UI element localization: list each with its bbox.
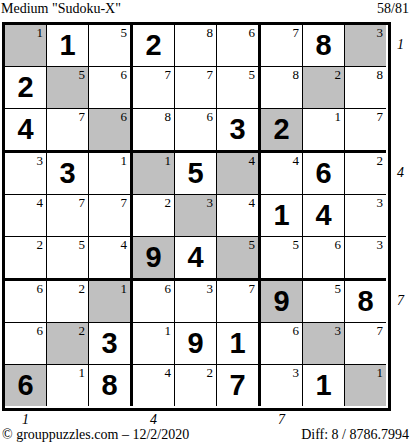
puzzle-title: Medium "Sudoku-X" bbox=[1, 1, 121, 16]
cell-r6c2[interactable]: 5 bbox=[47, 237, 89, 281]
cell-r3c9[interactable]: 7 bbox=[345, 109, 386, 153]
cell-value: 4 bbox=[303, 195, 344, 236]
cell-r3c4[interactable]: 8 bbox=[133, 109, 175, 153]
corner-mark: 1 bbox=[165, 323, 172, 338]
progress-counter: 58/81 bbox=[377, 1, 409, 16]
cell-r3c8[interactable]: 1 bbox=[303, 109, 345, 153]
corner-mark: 7 bbox=[249, 281, 256, 296]
cell-r1c4[interactable]: 2 bbox=[133, 25, 175, 67]
footer: © grouppuzzles.com – 12/2/2020 Diff: 8 /… bbox=[0, 427, 412, 442]
cell-r9c9[interactable]: 1 bbox=[345, 365, 386, 406]
corner-mark: 1 bbox=[377, 365, 384, 380]
cell-r3c2[interactable]: 7 bbox=[47, 109, 89, 153]
cell-r4c3[interactable]: 1 bbox=[89, 153, 133, 195]
cell-r6c6[interactable]: 5 bbox=[217, 237, 261, 281]
cell-value: 2 bbox=[5, 67, 46, 108]
cell-r4c1[interactable]: 3 bbox=[5, 153, 47, 195]
corner-mark: 7 bbox=[79, 109, 86, 124]
corner-mark: 7 bbox=[79, 195, 86, 210]
cell-r1c6[interactable]: 6 bbox=[217, 25, 261, 67]
corner-mark: 3 bbox=[207, 281, 214, 296]
corner-mark: 4 bbox=[293, 153, 300, 168]
row-label-4: 4 bbox=[397, 166, 404, 180]
corner-mark: 8 bbox=[207, 25, 214, 40]
col-label-1: 1 bbox=[22, 413, 29, 427]
corner-mark: 6 bbox=[293, 323, 300, 338]
cell-r9c5[interactable]: 2 bbox=[175, 365, 217, 406]
corner-mark: 6 bbox=[335, 237, 342, 252]
cell-value: 8 bbox=[89, 365, 130, 406]
cell-r3c1[interactable]: 4 bbox=[5, 109, 47, 153]
cell-r5c2[interactable]: 7 bbox=[47, 195, 89, 237]
board-area: 1152867832567758284768632173311544624772… bbox=[2, 22, 410, 411]
cell-value: 9 bbox=[133, 237, 174, 278]
cell-r9c3[interactable]: 8 bbox=[89, 365, 133, 406]
corner-mark: 8 bbox=[165, 109, 172, 124]
cell-value: 4 bbox=[5, 109, 46, 150]
cell-r2c6[interactable]: 5 bbox=[217, 67, 261, 109]
cell-r1c1[interactable]: 1 bbox=[5, 25, 47, 67]
cell-r9c8[interactable]: 1 bbox=[303, 365, 345, 406]
cell-r4c8[interactable]: 6 bbox=[303, 153, 345, 195]
cell-value: 9 bbox=[175, 323, 216, 364]
corner-mark: 6 bbox=[165, 281, 172, 296]
cell-r2c2[interactable]: 5 bbox=[47, 67, 89, 109]
corner-mark: 4 bbox=[249, 153, 256, 168]
corner-mark: 2 bbox=[335, 67, 342, 82]
corner-mark: 1 bbox=[79, 365, 86, 380]
corner-mark: 5 bbox=[293, 237, 300, 252]
cell-r8c9[interactable]: 7 bbox=[345, 323, 386, 365]
cell-r5c4[interactable]: 2 bbox=[133, 195, 175, 237]
cell-r7c3[interactable]: 1 bbox=[89, 281, 133, 323]
row-label-1: 1 bbox=[397, 38, 404, 52]
cell-r6c7[interactable]: 5 bbox=[261, 237, 303, 281]
corner-mark: 3 bbox=[293, 365, 300, 380]
corner-mark: 6 bbox=[121, 67, 128, 82]
corner-mark: 4 bbox=[121, 237, 128, 252]
cell-value: 3 bbox=[47, 153, 88, 194]
corner-mark: 5 bbox=[79, 67, 86, 82]
cell-r7c2[interactable]: 2 bbox=[47, 281, 89, 323]
cell-r6c9[interactable]: 3 bbox=[345, 237, 386, 281]
cell-r2c3[interactable]: 6 bbox=[89, 67, 133, 109]
cell-r5c8[interactable]: 4 bbox=[303, 195, 345, 237]
cell-r1c3[interactable]: 5 bbox=[89, 25, 133, 67]
cell-r1c2[interactable]: 1 bbox=[47, 25, 89, 67]
corner-mark: 7 bbox=[207, 67, 214, 82]
cell-value: 9 bbox=[261, 281, 302, 322]
cell-r5c9[interactable]: 3 bbox=[345, 195, 386, 237]
cell-r9c6[interactable]: 7 bbox=[217, 365, 261, 406]
col-label-7: 7 bbox=[278, 413, 285, 427]
corner-mark: 7 bbox=[121, 195, 128, 210]
cell-value: 1 bbox=[303, 365, 344, 406]
cell-r1c5[interactable]: 8 bbox=[175, 25, 217, 67]
cell-r7c7[interactable]: 9 bbox=[261, 281, 303, 323]
cell-r6c1[interactable]: 2 bbox=[5, 237, 47, 281]
corner-mark: 4 bbox=[249, 195, 256, 210]
corner-mark: 5 bbox=[121, 25, 128, 40]
cell-r8c3[interactable]: 3 bbox=[89, 323, 133, 365]
cell-r8c8[interactable]: 3 bbox=[303, 323, 345, 365]
corner-mark: 4 bbox=[165, 365, 172, 380]
cell-value: 3 bbox=[89, 323, 130, 364]
corner-mark: 6 bbox=[249, 25, 256, 40]
corner-mark: 2 bbox=[207, 365, 214, 380]
corner-mark: 3 bbox=[377, 25, 384, 40]
corner-mark: 2 bbox=[79, 281, 86, 296]
corner-mark: 6 bbox=[121, 109, 128, 124]
corner-mark: 2 bbox=[37, 237, 44, 252]
corner-mark: 3 bbox=[207, 195, 214, 210]
cell-value: 5 bbox=[175, 153, 216, 194]
cell-r2c7[interactable]: 8 bbox=[261, 67, 303, 109]
corner-mark: 7 bbox=[377, 109, 384, 124]
cell-value: 3 bbox=[217, 109, 258, 150]
cell-r8c4[interactable]: 1 bbox=[133, 323, 175, 365]
col-label-4: 4 bbox=[150, 413, 157, 427]
cell-r4c6[interactable]: 4 bbox=[217, 153, 261, 195]
cell-r1c7[interactable]: 7 bbox=[261, 25, 303, 67]
cell-r1c8[interactable]: 8 bbox=[303, 25, 345, 67]
row-label-7: 7 bbox=[397, 294, 404, 308]
cell-r7c9[interactable]: 8 bbox=[345, 281, 386, 323]
cell-r8c2[interactable]: 2 bbox=[47, 323, 89, 365]
corner-mark: 1 bbox=[335, 109, 342, 124]
corner-mark: 1 bbox=[37, 25, 44, 40]
cell-value: 1 bbox=[261, 195, 302, 236]
cell-r7c4[interactable]: 6 bbox=[133, 281, 175, 323]
cell-value: 1 bbox=[47, 25, 88, 66]
corner-mark: 8 bbox=[293, 67, 300, 82]
cell-r3c7[interactable]: 2 bbox=[261, 109, 303, 153]
corner-mark: 3 bbox=[37, 153, 44, 168]
cell-r4c2[interactable]: 3 bbox=[47, 153, 89, 195]
cell-r2c5[interactable]: 7 bbox=[175, 67, 217, 109]
cell-r7c8[interactable]: 5 bbox=[303, 281, 345, 323]
corner-mark: 8 bbox=[377, 67, 384, 82]
cell-r9c2[interactable]: 1 bbox=[47, 365, 89, 406]
cell-value: 4 bbox=[175, 237, 216, 278]
header: Medium "Sudoku-X" 58/81 bbox=[0, 0, 412, 16]
cell-r5c1[interactable]: 4 bbox=[5, 195, 47, 237]
cell-r2c4[interactable]: 7 bbox=[133, 67, 175, 109]
corner-mark: 2 bbox=[165, 195, 172, 210]
corner-mark: 4 bbox=[37, 195, 44, 210]
cell-r8c5[interactable]: 9 bbox=[175, 323, 217, 365]
corner-mark: 3 bbox=[377, 195, 384, 210]
cell-r3c6[interactable]: 3 bbox=[217, 109, 261, 153]
corner-mark: 3 bbox=[377, 237, 384, 252]
cell-r2c1[interactable]: 2 bbox=[5, 67, 47, 109]
cell-r1c9[interactable]: 3 bbox=[345, 25, 386, 67]
corner-mark: 6 bbox=[37, 323, 44, 338]
cell-r9c4[interactable]: 4 bbox=[133, 365, 175, 406]
cell-r8c6[interactable]: 1 bbox=[217, 323, 261, 365]
cell-value: 6 bbox=[5, 365, 46, 406]
corner-mark: 5 bbox=[249, 67, 256, 82]
corner-mark: 2 bbox=[377, 153, 384, 168]
cell-value: 2 bbox=[261, 109, 302, 150]
cell-r3c5[interactable]: 6 bbox=[175, 109, 217, 153]
corner-mark: 5 bbox=[335, 281, 342, 296]
cell-value: 2 bbox=[133, 25, 174, 66]
cell-r5c3[interactable]: 7 bbox=[89, 195, 133, 237]
cell-value: 1 bbox=[217, 323, 258, 364]
corner-mark: 1 bbox=[165, 153, 172, 168]
row-labels: 147 bbox=[397, 22, 412, 411]
cell-r4c9[interactable]: 2 bbox=[345, 153, 386, 195]
cell-r4c7[interactable]: 4 bbox=[261, 153, 303, 195]
cell-r5c6[interactable]: 4 bbox=[217, 195, 261, 237]
sudoku-board: 1152867832567758284768632173311544624772… bbox=[2, 22, 391, 411]
cell-r7c1[interactable]: 6 bbox=[5, 281, 47, 323]
cell-r9c7[interactable]: 3 bbox=[261, 365, 303, 406]
corner-mark: 7 bbox=[165, 67, 172, 82]
corner-mark: 2 bbox=[79, 323, 86, 338]
corner-mark: 5 bbox=[249, 237, 256, 252]
cell-r4c4[interactable]: 1 bbox=[133, 153, 175, 195]
cell-r3c3[interactable]: 6 bbox=[89, 109, 133, 153]
corner-mark: 1 bbox=[121, 153, 128, 168]
difficulty-text: Diff: 8 / 8786.7994 bbox=[301, 427, 409, 442]
corner-mark: 6 bbox=[37, 281, 44, 296]
cell-r7c6[interactable]: 7 bbox=[217, 281, 261, 323]
corner-mark: 5 bbox=[79, 237, 86, 252]
cell-value: 8 bbox=[345, 281, 386, 322]
cell-r5c5[interactable]: 3 bbox=[175, 195, 217, 237]
cell-r6c4[interactable]: 9 bbox=[133, 237, 175, 281]
corner-mark: 7 bbox=[377, 323, 384, 338]
cell-r6c5[interactable]: 4 bbox=[175, 237, 217, 281]
cell-r6c8[interactable]: 6 bbox=[303, 237, 345, 281]
cell-r6c3[interactable]: 4 bbox=[89, 237, 133, 281]
cell-r2c9[interactable]: 8 bbox=[345, 67, 386, 109]
cell-r9c1[interactable]: 6 bbox=[5, 365, 47, 406]
cell-r8c7[interactable]: 6 bbox=[261, 323, 303, 365]
cell-value: 7 bbox=[217, 365, 258, 406]
cell-r5c7[interactable]: 1 bbox=[261, 195, 303, 237]
cell-r2c8[interactable]: 2 bbox=[303, 67, 345, 109]
corner-mark: 7 bbox=[293, 25, 300, 40]
cell-value: 8 bbox=[303, 25, 344, 66]
cell-value: 6 bbox=[303, 153, 344, 194]
corner-mark: 1 bbox=[121, 281, 128, 296]
cell-r7c5[interactable]: 3 bbox=[175, 281, 217, 323]
cell-r8c1[interactable]: 6 bbox=[5, 323, 47, 365]
corner-mark: 6 bbox=[207, 109, 214, 124]
corner-mark: 3 bbox=[335, 323, 342, 338]
copyright-text: © grouppuzzles.com – 12/2/2020 bbox=[2, 427, 189, 442]
cell-r4c5[interactable]: 5 bbox=[175, 153, 217, 195]
